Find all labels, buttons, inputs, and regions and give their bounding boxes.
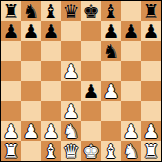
square-e7[interactable] [81,21,101,41]
square-c2[interactable]: ♟ [41,121,61,141]
square-b5[interactable] [21,61,41,81]
piece-white-knight[interactable]: ♞ [62,121,79,141]
piece-black-rook[interactable]: ♜ [2,1,19,21]
square-d5[interactable]: ♟ [61,61,81,81]
square-f5[interactable] [101,61,121,81]
square-a3[interactable] [1,101,21,121]
square-e5[interactable] [81,61,101,81]
square-b6[interactable] [21,41,41,61]
square-c7[interactable]: ♟ [41,21,61,41]
piece-white-queen[interactable]: ♛ [62,141,79,161]
piece-white-pawn[interactable]: ♟ [122,121,139,141]
square-g2[interactable]: ♟ [121,121,141,141]
square-a8[interactable]: ♜ [1,1,21,21]
square-g4[interactable] [121,81,141,101]
square-a1[interactable]: ♜ [1,141,21,161]
square-h7[interactable]: ♟ [141,21,161,41]
square-e1[interactable]: ♚ [81,141,101,161]
square-a5[interactable] [1,61,21,81]
square-a7[interactable]: ♟ [1,21,21,41]
square-f3[interactable] [101,101,121,121]
piece-white-king[interactable]: ♚ [82,141,99,161]
piece-black-bishop[interactable]: ♝ [102,1,119,21]
square-c4[interactable] [41,81,61,101]
square-g3[interactable] [121,101,141,121]
piece-black-bishop[interactable]: ♝ [42,1,59,21]
piece-black-queen[interactable]: ♛ [62,1,79,21]
piece-black-pawn[interactable]: ♟ [2,21,19,41]
square-c6[interactable] [41,41,61,61]
piece-black-king[interactable]: ♚ [82,1,99,21]
square-h1[interactable]: ♜ [141,141,161,161]
square-c8[interactable]: ♝ [41,1,61,21]
piece-black-pawn[interactable]: ♟ [42,21,59,41]
square-e6[interactable] [81,41,101,61]
square-f8[interactable]: ♝ [101,1,121,21]
square-f6[interactable]: ♞ [101,41,121,61]
square-h6[interactable] [141,41,161,61]
piece-white-pawn[interactable]: ♟ [42,121,59,141]
square-h3[interactable] [141,101,161,121]
square-f2[interactable] [101,121,121,141]
piece-white-pawn[interactable]: ♟ [62,61,79,81]
square-d2[interactable]: ♞ [61,121,81,141]
piece-white-bishop[interactable]: ♝ [102,141,119,161]
square-c1[interactable]: ♝ [41,141,61,161]
square-g8[interactable] [121,1,141,21]
piece-black-knight[interactable]: ♞ [22,1,39,21]
piece-white-rook[interactable]: ♜ [2,141,19,161]
square-d7[interactable] [61,21,81,41]
piece-black-knight[interactable]: ♞ [102,41,119,61]
square-a4[interactable] [1,81,21,101]
square-d6[interactable] [61,41,81,61]
square-g7[interactable]: ♟ [121,21,141,41]
piece-black-pawn[interactable]: ♟ [142,21,159,41]
piece-white-bishop[interactable]: ♝ [42,141,59,161]
piece-black-pawn[interactable]: ♟ [122,21,139,41]
square-e8[interactable]: ♚ [81,1,101,21]
square-b8[interactable]: ♞ [21,1,41,21]
square-b4[interactable] [21,81,41,101]
square-g5[interactable] [121,61,141,81]
square-a2[interactable]: ♟ [1,121,21,141]
square-f4[interactable]: ♟ [101,81,121,101]
piece-white-knight[interactable]: ♞ [122,141,139,161]
square-b7[interactable]: ♟ [21,21,41,41]
piece-black-rook[interactable]: ♜ [142,1,159,21]
square-g6[interactable] [121,41,141,61]
square-f7[interactable]: ♟ [101,21,121,41]
square-h5[interactable] [141,61,161,81]
piece-black-pawn[interactable]: ♟ [82,81,99,101]
piece-white-pawn[interactable]: ♟ [62,101,79,121]
square-d8[interactable]: ♛ [61,1,81,21]
piece-white-pawn[interactable]: ♟ [22,121,39,141]
square-h4[interactable] [141,81,161,101]
square-d1[interactable]: ♛ [61,141,81,161]
piece-white-pawn[interactable]: ♟ [102,81,119,101]
piece-black-pawn[interactable]: ♟ [22,21,39,41]
square-h2[interactable]: ♟ [141,121,161,141]
square-e3[interactable] [81,101,101,121]
piece-white-pawn[interactable]: ♟ [142,121,159,141]
square-a6[interactable] [1,41,21,61]
square-b1[interactable] [21,141,41,161]
piece-white-rook[interactable]: ♜ [142,141,159,161]
square-g1[interactable]: ♞ [121,141,141,161]
square-b3[interactable] [21,101,41,121]
square-d4[interactable] [61,81,81,101]
square-e4[interactable]: ♟ [81,81,101,101]
square-f1[interactable]: ♝ [101,141,121,161]
piece-black-pawn[interactable]: ♟ [102,21,119,41]
square-h8[interactable]: ♜ [141,1,161,21]
square-e2[interactable] [81,121,101,141]
square-c5[interactable] [41,61,61,81]
square-c3[interactable] [41,101,61,121]
piece-white-pawn[interactable]: ♟ [2,121,19,141]
square-b2[interactable]: ♟ [21,121,41,141]
chess-board: ♜♞♝♛♚♝♜♟♟♟♟♟♟♞♟♟♟♟♟♟♟♞♟♟♜♝♛♚♝♞♜ [0,0,162,162]
square-d3[interactable]: ♟ [61,101,81,121]
